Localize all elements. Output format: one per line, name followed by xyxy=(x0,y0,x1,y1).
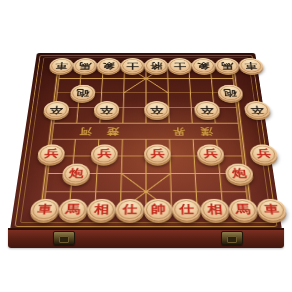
board-point: 卒 xyxy=(244,101,272,118)
piece-black-elephant[interactable]: 象 xyxy=(96,58,120,73)
piece-glyph: 兵 xyxy=(151,149,165,159)
board-point xyxy=(116,184,144,199)
product-photo-xiangqi-set: 楚河 漢界 車馬象士將士象馬車砲砲卒卒卒卒卒兵兵兵兵兵炮炮車馬相仕帥仕相馬車 xyxy=(0,0,292,292)
piece-black-general[interactable]: 將 xyxy=(144,58,168,73)
board-point xyxy=(195,118,222,131)
piece-black-chariot[interactable]: 車 xyxy=(49,58,74,73)
board-surface: 楚河 漢界 車馬象士將士象馬車砲砲卒卒卒卒卒兵兵兵兵兵炮炮車馬相仕帥仕相馬車 xyxy=(10,53,282,230)
board-point xyxy=(219,101,246,118)
piece-black-soldier[interactable]: 卒 xyxy=(244,101,272,118)
board-point xyxy=(41,118,68,131)
board-point xyxy=(60,184,89,199)
board-point: 卒 xyxy=(194,101,220,118)
piece-glyph: 馬 xyxy=(221,62,234,70)
piece-glyph: 卒 xyxy=(100,105,113,114)
board-point: 兵 xyxy=(144,144,171,163)
piece-red-soldier[interactable]: 兵 xyxy=(37,144,66,163)
board-point: 兵 xyxy=(90,144,118,163)
board-point xyxy=(119,101,144,118)
board-point xyxy=(169,85,194,101)
piece-glyph: 車 xyxy=(244,62,257,70)
board-point xyxy=(169,101,195,118)
board-point: 砲 xyxy=(217,85,243,101)
piece-glyph: 馬 xyxy=(235,204,251,215)
board-point xyxy=(120,73,144,84)
piece-glyph: 車 xyxy=(263,204,279,215)
board-point: 將 xyxy=(144,58,168,73)
board-point xyxy=(220,118,247,131)
board-point xyxy=(222,131,249,144)
board-point: 象 xyxy=(191,58,216,73)
board-point xyxy=(92,131,119,144)
board-grid: 車馬象士將士象馬車砲砲卒卒卒卒卒兵兵兵兵兵炮炮車馬相仕帥仕相馬車 xyxy=(29,58,263,221)
board-point xyxy=(67,118,94,131)
piece-red-horse[interactable]: 馬 xyxy=(58,199,88,221)
board-point: 炮 xyxy=(62,164,91,184)
board: 楚河 漢界 車馬象士將士象馬車砲砲卒卒卒卒卒兵兵兵兵兵炮炮車馬相仕帥仕相馬車 xyxy=(10,0,282,230)
piece-black-horse[interactable]: 馬 xyxy=(215,58,240,73)
piece-black-horse[interactable]: 馬 xyxy=(73,58,98,73)
board-point xyxy=(171,164,199,184)
board-point: 車 xyxy=(49,58,74,73)
piece-red-advisor[interactable]: 仕 xyxy=(172,199,201,221)
piece-red-advisor[interactable]: 仕 xyxy=(115,199,144,221)
piece-red-soldier[interactable]: 兵 xyxy=(197,144,225,163)
piece-glyph: 砲 xyxy=(76,89,89,97)
board-point: 士 xyxy=(168,58,192,73)
piece-glyph: 砲 xyxy=(223,89,237,97)
board-point xyxy=(242,85,269,101)
piece-red-chariot[interactable]: 車 xyxy=(29,199,60,221)
board-point xyxy=(96,73,121,84)
piece-red-chariot[interactable]: 車 xyxy=(256,199,287,221)
board-point xyxy=(144,118,170,131)
piece-black-cannon[interactable]: 砲 xyxy=(70,85,96,101)
board-point xyxy=(144,85,169,101)
board-point xyxy=(71,73,96,84)
piece-glyph: 仕 xyxy=(122,204,137,215)
board-point: 車 xyxy=(256,199,287,221)
piece-red-elephant[interactable]: 相 xyxy=(200,199,230,221)
board-point xyxy=(39,131,67,144)
board-point xyxy=(170,131,197,144)
board-point: 兵 xyxy=(249,144,278,163)
board-point xyxy=(64,144,92,163)
piece-black-advisor[interactable]: 士 xyxy=(120,58,144,73)
board-point: 砲 xyxy=(70,85,96,101)
board-point: 馬 xyxy=(73,58,98,73)
board-point: 馬 xyxy=(58,199,88,221)
board-point xyxy=(172,184,200,199)
board-point xyxy=(240,73,266,84)
board-point xyxy=(88,184,117,199)
piece-glyph: 炮 xyxy=(232,168,247,178)
board-point xyxy=(246,118,273,131)
piece-black-elephant[interactable]: 象 xyxy=(191,58,216,73)
board-point: 炮 xyxy=(225,164,254,184)
board-point: 相 xyxy=(200,199,230,221)
piece-black-soldier[interactable]: 卒 xyxy=(93,101,119,118)
board-point: 車 xyxy=(29,199,60,221)
piece-glyph: 卒 xyxy=(150,105,163,114)
board-point xyxy=(170,144,197,163)
board-point xyxy=(118,131,144,144)
board-point xyxy=(93,118,119,131)
piece-black-soldier[interactable]: 卒 xyxy=(43,101,70,118)
piece-glyph: 卒 xyxy=(49,105,63,114)
piece-red-soldier[interactable]: 兵 xyxy=(144,144,171,163)
latch-right-icon xyxy=(221,231,243,245)
board-point xyxy=(223,144,252,163)
board-point xyxy=(89,164,117,184)
board-point xyxy=(117,164,145,184)
piece-glyph: 帥 xyxy=(151,204,166,215)
piece-red-elephant[interactable]: 相 xyxy=(87,199,116,221)
board-point: 卒 xyxy=(43,101,70,118)
board-point: 兵 xyxy=(37,144,66,163)
piece-glyph: 象 xyxy=(102,62,115,70)
board-point: 仕 xyxy=(172,199,201,221)
piece-glyph: 兵 xyxy=(44,149,59,159)
piece-red-soldier[interactable]: 兵 xyxy=(249,144,278,163)
piece-glyph: 兵 xyxy=(97,149,111,159)
piece-black-soldier[interactable]: 卒 xyxy=(194,101,220,118)
board-point xyxy=(144,73,168,84)
playing-field: 楚河 漢界 車馬象士將士象馬車砲砲卒卒卒卒卒兵兵兵兵兵炮炮車馬相仕帥仕相馬車 xyxy=(29,58,263,221)
board-point xyxy=(227,184,256,199)
piece-red-soldier[interactable]: 兵 xyxy=(90,144,118,163)
piece-black-advisor[interactable]: 士 xyxy=(168,58,192,73)
latch-left-icon xyxy=(53,231,75,245)
board-point xyxy=(196,131,223,144)
board-point xyxy=(192,73,217,84)
board-point: 仕 xyxy=(115,199,144,221)
piece-glyph: 馬 xyxy=(79,62,92,70)
board-point xyxy=(247,131,275,144)
piece-glyph: 馬 xyxy=(65,204,81,215)
board-point: 象 xyxy=(96,58,120,73)
piece-black-chariot[interactable]: 車 xyxy=(238,58,264,73)
board-point: 卒 xyxy=(144,101,169,118)
piece-glyph: 相 xyxy=(94,204,109,215)
piece-glyph: 相 xyxy=(207,204,223,215)
board-point xyxy=(198,164,227,184)
piece-glyph: 仕 xyxy=(179,204,194,215)
board-point: 相 xyxy=(87,199,116,221)
board-point xyxy=(119,85,144,101)
piece-glyph: 兵 xyxy=(256,149,271,159)
board-point xyxy=(117,144,144,163)
board-point xyxy=(95,85,120,101)
piece-glyph: 士 xyxy=(174,62,187,70)
piece-red-cannon[interactable]: 炮 xyxy=(62,164,91,184)
piece-glyph: 卒 xyxy=(200,105,214,114)
piece-glyph: 士 xyxy=(126,62,138,70)
board-point: 卒 xyxy=(93,101,119,118)
piece-red-horse[interactable]: 馬 xyxy=(228,199,259,221)
piece-glyph: 將 xyxy=(150,62,162,70)
board-point xyxy=(47,73,72,84)
piece-glyph: 車 xyxy=(37,204,53,215)
piece-glyph: 車 xyxy=(55,62,68,70)
board-point xyxy=(252,164,282,184)
piece-black-cannon[interactable]: 砲 xyxy=(217,85,243,101)
board-point xyxy=(193,85,219,101)
piece-glyph: 炮 xyxy=(69,168,84,178)
board-point xyxy=(144,184,172,199)
board-point xyxy=(254,184,284,199)
piece-red-general[interactable]: 帥 xyxy=(144,199,173,221)
board-point xyxy=(216,73,241,84)
piece-glyph: 兵 xyxy=(203,149,218,159)
board-point xyxy=(34,164,63,184)
board-point xyxy=(168,73,193,84)
board-point: 車 xyxy=(238,58,264,73)
piece-glyph: 卒 xyxy=(250,105,264,114)
board-point: 士 xyxy=(120,58,144,73)
piece-red-cannon[interactable]: 炮 xyxy=(225,164,254,184)
piece-black-soldier[interactable]: 卒 xyxy=(144,101,169,118)
board-point xyxy=(65,131,92,144)
board-point xyxy=(144,131,170,144)
board-point xyxy=(118,118,144,131)
board-point xyxy=(170,118,196,131)
board-point: 馬 xyxy=(228,199,259,221)
board-point xyxy=(144,164,172,184)
board-point: 馬 xyxy=(215,58,240,73)
board-point xyxy=(68,101,95,118)
piece-glyph: 象 xyxy=(197,62,210,70)
board-point xyxy=(32,184,61,199)
board-point: 兵 xyxy=(197,144,225,163)
board-point xyxy=(45,85,71,101)
board-point xyxy=(199,184,228,199)
board-point: 帥 xyxy=(144,199,173,221)
